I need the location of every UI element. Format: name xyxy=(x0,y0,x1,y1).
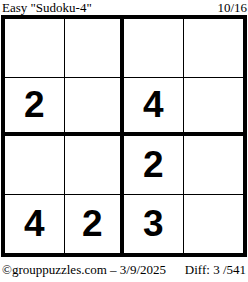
cell-r4c2[interactable]: 2 xyxy=(65,195,125,254)
cell-r2c2[interactable] xyxy=(65,78,125,137)
cell-r4c4[interactable] xyxy=(184,195,244,254)
cell-r2c4[interactable] xyxy=(184,78,244,137)
cell-r3c3[interactable]: 2 xyxy=(124,136,184,195)
copyright-text: ©grouppuzzles.com – 3/9/2025 xyxy=(0,262,166,278)
sudoku-board: 2 4 2 4 2 3 xyxy=(1,15,247,257)
puzzle-title: Easy "Sudoku-4" xyxy=(0,0,92,15)
cell-r1c4[interactable] xyxy=(184,19,244,78)
header: Easy "Sudoku-4" 10/16 xyxy=(0,0,248,15)
footer: ©grouppuzzles.com – 3/9/2025 Diff: 3 /54… xyxy=(0,262,248,280)
cell-r2c1[interactable]: 2 xyxy=(5,78,65,137)
cell-r1c3[interactable] xyxy=(124,19,184,78)
difficulty-text: Diff: 3 /541 xyxy=(185,262,248,278)
puzzle-number: 10/16 xyxy=(217,0,248,15)
cell-r3c4[interactable] xyxy=(184,136,244,195)
cell-r1c1[interactable] xyxy=(5,19,65,78)
cell-r1c2[interactable] xyxy=(65,19,125,78)
cell-r4c3[interactable]: 3 xyxy=(124,195,184,254)
cell-r4c1[interactable]: 4 xyxy=(5,195,65,254)
cell-r3c2[interactable] xyxy=(65,136,125,195)
cell-r2c3[interactable]: 4 xyxy=(124,78,184,137)
cell-r3c1[interactable] xyxy=(5,136,65,195)
